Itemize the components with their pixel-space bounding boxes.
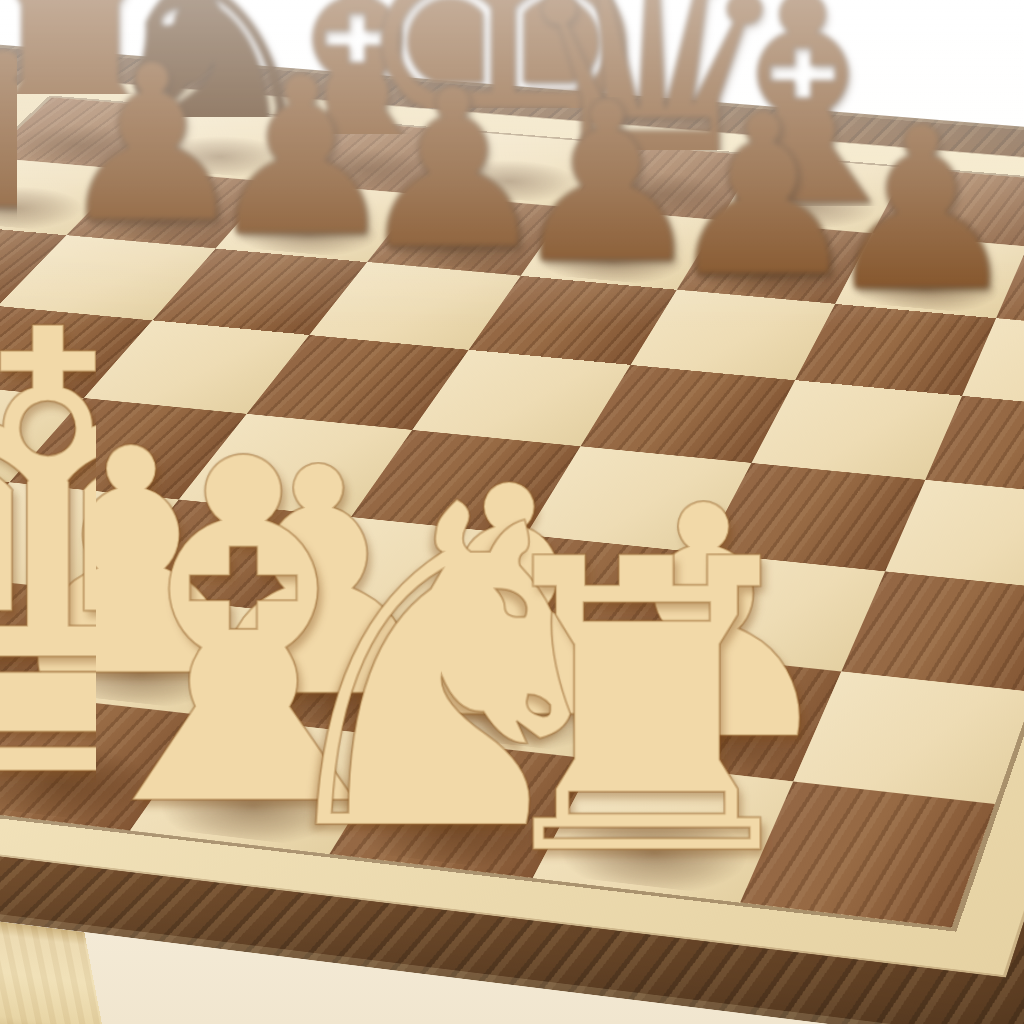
chess-board: ♜♞♝♚♛♝♟♟♟♟♟♟♟♟♟♟♟♟♚♝♞♜ [0,44,1024,1024]
board-grid: ♜♞♝♚♛♝♟♟♟♟♟♟♟♟♟♟♟♟♚♝♞♜ [0,97,1024,927]
piece-light-rook-g1[interactable]: ♜ [192,553,1024,868]
photo-scene: ♜♞♝♚♛♝♟♟♟♟♟♟♟♟♟♟♟♟♚♝♞♜ [0,0,1024,1024]
piece-dark-pawn-g7[interactable]: ♟ [573,122,1024,298]
